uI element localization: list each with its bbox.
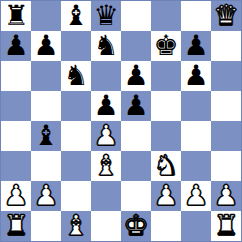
square-h1[interactable]: ♜ bbox=[211, 211, 241, 241]
piece-black-pawn[interactable]: ♟ bbox=[33, 32, 58, 60]
square-f4[interactable] bbox=[151, 121, 181, 151]
square-h5[interactable] bbox=[211, 91, 241, 121]
piece-white-king[interactable]: ♚ bbox=[123, 212, 148, 240]
square-a1[interactable]: ♜ bbox=[1, 211, 31, 241]
square-h3[interactable] bbox=[211, 151, 241, 181]
square-e8[interactable] bbox=[121, 1, 151, 31]
piece-white-knight[interactable]: ♞ bbox=[153, 152, 178, 180]
square-b6[interactable] bbox=[31, 61, 61, 91]
piece-white-rook[interactable]: ♜ bbox=[3, 212, 28, 240]
piece-black-pawn[interactable]: ♟ bbox=[183, 32, 208, 60]
square-c3[interactable] bbox=[61, 151, 91, 181]
square-b3[interactable] bbox=[31, 151, 61, 181]
square-a4[interactable] bbox=[1, 121, 31, 151]
piece-white-pawn[interactable]: ♟ bbox=[153, 182, 178, 210]
piece-black-pawn[interactable]: ♟ bbox=[123, 62, 148, 90]
square-h8[interactable]: ♛ bbox=[211, 1, 241, 31]
piece-black-pawn[interactable]: ♟ bbox=[3, 32, 28, 60]
square-e7[interactable] bbox=[121, 31, 151, 61]
piece-white-pawn[interactable]: ♟ bbox=[93, 122, 118, 150]
square-c2[interactable] bbox=[61, 181, 91, 211]
piece-black-rook[interactable]: ♜ bbox=[3, 2, 28, 30]
square-c8[interactable]: ♝ bbox=[61, 1, 91, 31]
square-h6[interactable] bbox=[211, 61, 241, 91]
square-d4[interactable]: ♟ bbox=[91, 121, 121, 151]
piece-black-pawn[interactable]: ♟ bbox=[93, 92, 118, 120]
piece-white-pawn[interactable]: ♟ bbox=[3, 182, 28, 210]
square-g4[interactable] bbox=[181, 121, 211, 151]
square-c6[interactable]: ♞ bbox=[61, 61, 91, 91]
piece-black-pawn[interactable]: ♟ bbox=[123, 92, 148, 120]
square-d7[interactable]: ♞ bbox=[91, 31, 121, 61]
square-a5[interactable] bbox=[1, 91, 31, 121]
square-b4[interactable]: ♝ bbox=[31, 121, 61, 151]
square-c4[interactable] bbox=[61, 121, 91, 151]
square-g8[interactable] bbox=[181, 1, 211, 31]
square-f7[interactable]: ♚ bbox=[151, 31, 181, 61]
square-d6[interactable] bbox=[91, 61, 121, 91]
square-e4[interactable] bbox=[121, 121, 151, 151]
square-d5[interactable]: ♟ bbox=[91, 91, 121, 121]
square-c1[interactable]: ♝ bbox=[61, 211, 91, 241]
square-h7[interactable] bbox=[211, 31, 241, 61]
square-d8[interactable]: ♛ bbox=[91, 1, 121, 31]
square-a6[interactable] bbox=[1, 61, 31, 91]
square-h2[interactable]: ♟ bbox=[211, 181, 241, 211]
square-h4[interactable] bbox=[211, 121, 241, 151]
piece-black-bishop[interactable]: ♝ bbox=[63, 2, 88, 30]
piece-white-pawn[interactable]: ♟ bbox=[33, 182, 58, 210]
piece-black-bishop[interactable]: ♝ bbox=[33, 122, 58, 150]
square-e1[interactable]: ♚ bbox=[121, 211, 151, 241]
piece-black-queen[interactable]: ♛ bbox=[93, 2, 118, 30]
square-f8[interactable] bbox=[151, 1, 181, 31]
piece-white-bishop[interactable]: ♝ bbox=[93, 152, 118, 180]
square-f6[interactable] bbox=[151, 61, 181, 91]
square-e5[interactable]: ♟ bbox=[121, 91, 151, 121]
square-a2[interactable]: ♟ bbox=[1, 181, 31, 211]
square-b2[interactable]: ♟ bbox=[31, 181, 61, 211]
square-e3[interactable] bbox=[121, 151, 151, 181]
square-b7[interactable]: ♟ bbox=[31, 31, 61, 61]
square-g1[interactable] bbox=[181, 211, 211, 241]
piece-black-knight[interactable]: ♞ bbox=[93, 32, 118, 60]
piece-white-bishop[interactable]: ♝ bbox=[63, 212, 88, 240]
piece-white-rook[interactable]: ♜ bbox=[213, 212, 238, 240]
square-g2[interactable]: ♟ bbox=[181, 181, 211, 211]
piece-white-queen[interactable]: ♛ bbox=[213, 2, 238, 30]
square-f1[interactable] bbox=[151, 211, 181, 241]
square-g6[interactable]: ♟ bbox=[181, 61, 211, 91]
square-e6[interactable]: ♟ bbox=[121, 61, 151, 91]
square-e2[interactable] bbox=[121, 181, 151, 211]
square-f3[interactable]: ♞ bbox=[151, 151, 181, 181]
square-g3[interactable] bbox=[181, 151, 211, 181]
square-c5[interactable] bbox=[61, 91, 91, 121]
square-g5[interactable] bbox=[181, 91, 211, 121]
square-b5[interactable] bbox=[31, 91, 61, 121]
square-f2[interactable]: ♟ bbox=[151, 181, 181, 211]
piece-white-pawn[interactable]: ♟ bbox=[213, 182, 238, 210]
piece-white-pawn[interactable]: ♟ bbox=[183, 182, 208, 210]
square-c7[interactable] bbox=[61, 31, 91, 61]
square-d2[interactable] bbox=[91, 181, 121, 211]
square-b8[interactable] bbox=[31, 1, 61, 31]
square-f5[interactable] bbox=[151, 91, 181, 121]
chess-board: ♜♝♛♛♟♟♞♚♟♞♟♟♟♟♝♟♝♞♟♟♟♟♟♜♝♚♜ bbox=[0, 0, 242, 242]
piece-black-king[interactable]: ♚ bbox=[153, 32, 178, 60]
square-b1[interactable] bbox=[31, 211, 61, 241]
square-g7[interactable]: ♟ bbox=[181, 31, 211, 61]
square-d1[interactable] bbox=[91, 211, 121, 241]
square-a7[interactable]: ♟ bbox=[1, 31, 31, 61]
square-d3[interactable]: ♝ bbox=[91, 151, 121, 181]
square-a3[interactable] bbox=[1, 151, 31, 181]
piece-black-knight[interactable]: ♞ bbox=[63, 62, 88, 90]
piece-black-pawn[interactable]: ♟ bbox=[183, 62, 208, 90]
square-a8[interactable]: ♜ bbox=[1, 1, 31, 31]
